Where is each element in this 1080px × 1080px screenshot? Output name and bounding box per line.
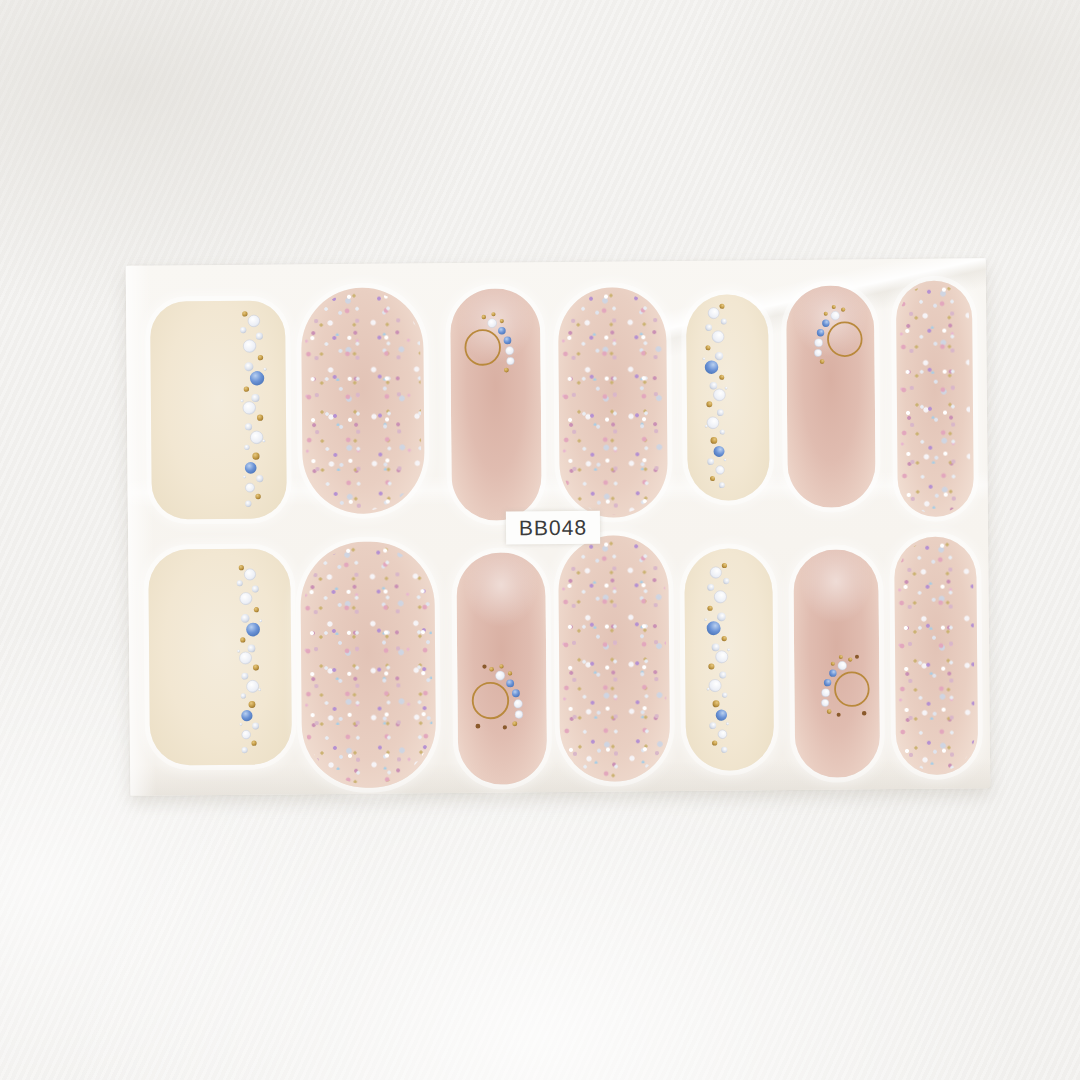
gem-crescent-decoration bbox=[686, 558, 752, 759]
glitter-overlay bbox=[303, 544, 433, 785]
nail-sticker-top-4 bbox=[558, 287, 668, 518]
nail-sticker-bottom-5 bbox=[684, 548, 774, 771]
nail-sticker-top-5 bbox=[686, 294, 770, 501]
nail-sticker-bottom-1 bbox=[148, 548, 292, 765]
gold-ring-gem-decoration bbox=[456, 304, 533, 381]
gold-ring-gem-decoration bbox=[796, 297, 871, 372]
glitter-overlay bbox=[304, 290, 422, 511]
product-code-label: BB048 bbox=[506, 511, 600, 545]
nail-sticker-bottom-6 bbox=[793, 549, 880, 778]
nail-sticker-top-2 bbox=[301, 287, 425, 514]
gem-crescent-decoration bbox=[686, 299, 748, 494]
nail-sticker-bottom-4 bbox=[558, 535, 670, 782]
nail-sticker-top-1 bbox=[150, 300, 287, 519]
gem-crescent-decoration bbox=[219, 306, 285, 513]
nail-sticker-top-6 bbox=[786, 285, 876, 508]
glitter-overlay bbox=[897, 539, 975, 772]
product-code-text: BB048 bbox=[519, 515, 587, 540]
gold-ring-gem-decoration bbox=[803, 647, 878, 722]
nail-sticker-top-7 bbox=[896, 280, 974, 517]
gold-ring-gem-decoration bbox=[463, 656, 542, 735]
glitter-overlay bbox=[899, 283, 971, 514]
nail-sticker-bottom-7 bbox=[894, 536, 978, 775]
glitter-overlay bbox=[561, 290, 665, 515]
gem-crescent-decoration bbox=[214, 560, 282, 759]
nail-sticker-bottom-2 bbox=[300, 541, 436, 788]
sticker-sheet: BB048 bbox=[126, 258, 991, 795]
photo-background: BB048 bbox=[0, 0, 1080, 1080]
nail-sticker-bottom-3 bbox=[456, 552, 547, 785]
nail-sticker-top-3 bbox=[450, 288, 542, 521]
glitter-overlay bbox=[561, 538, 667, 779]
